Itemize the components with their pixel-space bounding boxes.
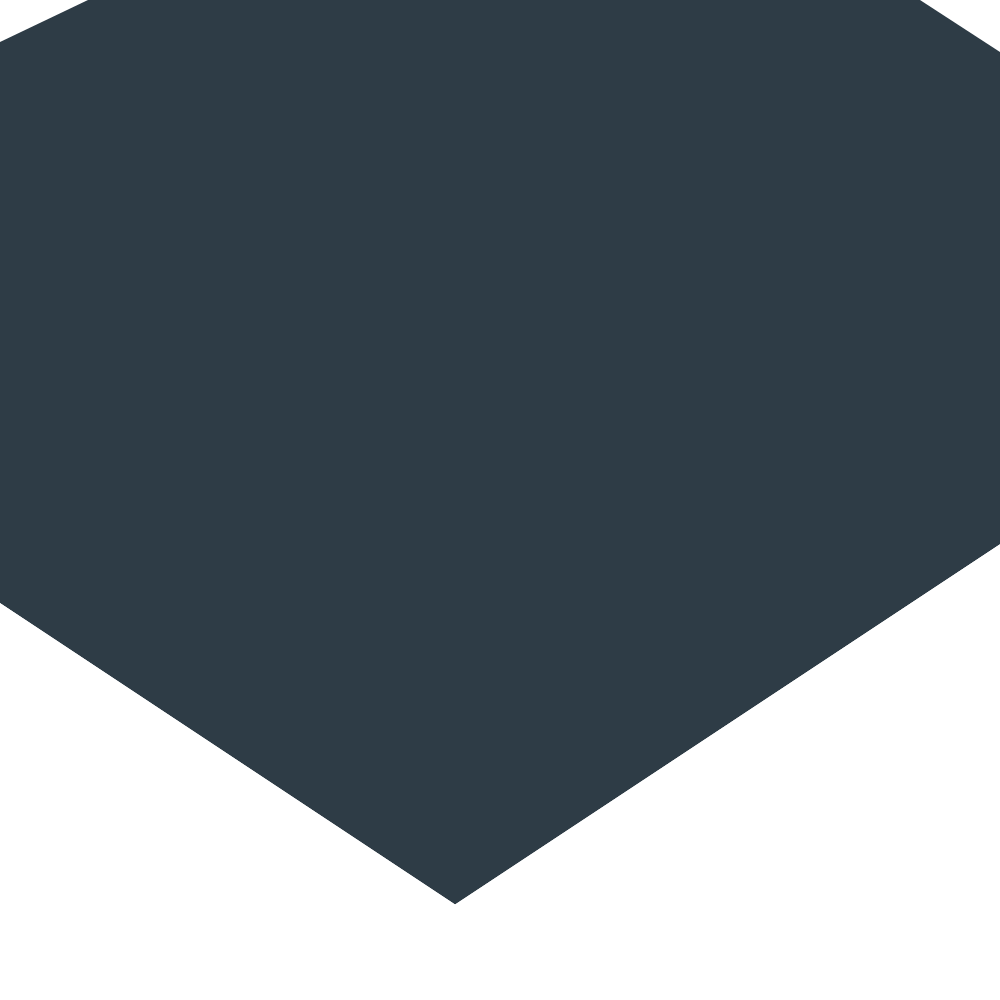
board-top-surface: [0, 0, 1000, 905]
photo-background: [0, 0, 1000, 1000]
